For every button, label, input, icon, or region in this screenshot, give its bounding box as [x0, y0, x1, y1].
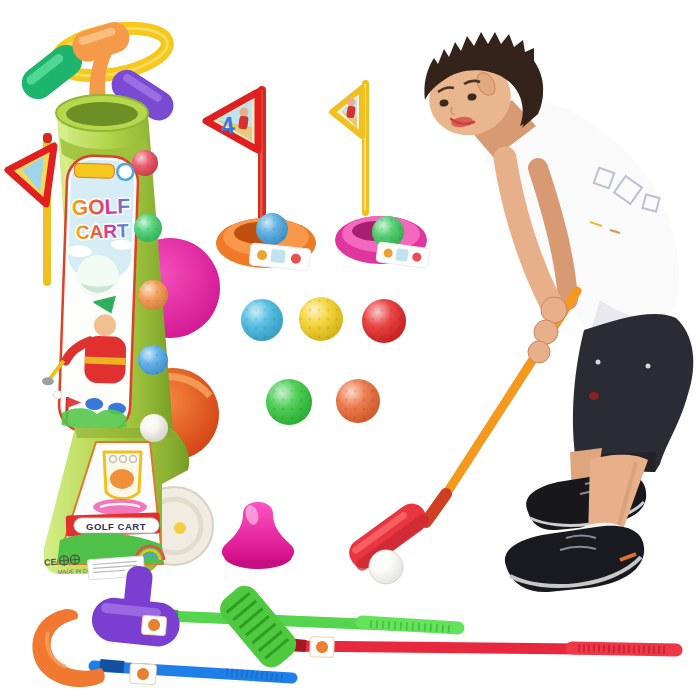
- pants-rivet-2: [646, 364, 651, 369]
- putting-hole-right: [332, 80, 430, 269]
- wheel-hub-dot: [174, 522, 186, 534]
- pants-rivet-1: [596, 360, 601, 365]
- bag-label-logo: [117, 164, 134, 181]
- bag-title-line2: CART: [75, 220, 129, 243]
- golf-bag-cart: GOLF CART: [8, 18, 220, 580]
- pink-tee: [222, 502, 294, 569]
- base-label-mascot: [110, 469, 134, 489]
- flag-right: [332, 88, 362, 136]
- bag-title-line1: GOLF: [71, 194, 130, 219]
- flag-right-golfer-head: [347, 98, 355, 106]
- driver-sticker: [129, 663, 156, 684]
- side-flag: [8, 133, 54, 286]
- iron-head-green: [214, 580, 301, 673]
- flag-left: 4: [206, 92, 258, 150]
- scene-svg: GOLF CART: [0, 0, 700, 700]
- bag-label-banner: [74, 163, 114, 178]
- putter-sticker: [141, 615, 166, 636]
- swing-club-connector: [426, 494, 446, 522]
- golf-cart-ribbon-text: GOLF CART: [86, 521, 146, 532]
- bag-opening: [66, 102, 138, 126]
- ce-mark-text: CE: [44, 557, 57, 568]
- boy-hands: [528, 297, 567, 363]
- putting-hole-left: 4: [206, 86, 316, 271]
- bag-front-label: GOLF CART: [40, 154, 139, 433]
- product-photo: GOLF CART: [0, 0, 700, 700]
- flag-left-golfer-head: [240, 108, 249, 117]
- iron-sticker: [310, 637, 335, 658]
- pants-emblem: [589, 392, 599, 400]
- loose-balls: [241, 297, 406, 425]
